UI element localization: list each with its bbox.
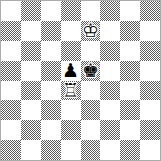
square-h7[interactable]	[140, 21, 160, 41]
square-g2[interactable]	[120, 120, 140, 140]
square-g3[interactable]	[120, 100, 140, 120]
square-f4[interactable]	[100, 81, 120, 101]
square-b3[interactable]	[21, 100, 41, 120]
square-h1[interactable]	[140, 140, 160, 160]
square-a8[interactable]	[1, 1, 21, 21]
square-f6[interactable]	[100, 41, 120, 61]
square-f2[interactable]	[100, 120, 120, 140]
square-a6[interactable]	[1, 41, 21, 61]
square-h8[interactable]	[140, 1, 160, 21]
white-rook-glyph: ♖	[61, 81, 81, 101]
white-rook[interactable]: ♜♖	[61, 81, 81, 101]
square-h3[interactable]	[140, 100, 160, 120]
square-h5[interactable]	[140, 61, 160, 81]
square-e6[interactable]	[81, 41, 101, 61]
square-d1[interactable]	[61, 140, 81, 160]
square-c4[interactable]	[41, 81, 61, 101]
black-king-halo: ♚	[81, 61, 101, 81]
square-c6[interactable]	[41, 41, 61, 61]
square-g6[interactable]	[120, 41, 140, 61]
square-d7[interactable]	[61, 21, 81, 41]
square-d3[interactable]	[61, 100, 81, 120]
square-c3[interactable]	[41, 100, 61, 120]
square-c7[interactable]	[41, 21, 61, 41]
square-b4[interactable]	[21, 81, 41, 101]
square-f8[interactable]	[100, 1, 120, 21]
square-e5[interactable]: ♚♚	[81, 61, 101, 81]
black-pawn[interactable]: ♟♟	[61, 61, 81, 81]
square-c1[interactable]	[41, 140, 61, 160]
square-f7[interactable]	[100, 21, 120, 41]
square-a2[interactable]	[1, 120, 21, 140]
square-h6[interactable]	[140, 41, 160, 61]
square-f3[interactable]	[100, 100, 120, 120]
square-e2[interactable]	[81, 120, 101, 140]
square-g5[interactable]	[120, 61, 140, 81]
square-c2[interactable]	[41, 120, 61, 140]
square-e1[interactable]	[81, 140, 101, 160]
square-g7[interactable]	[120, 21, 140, 41]
white-king-glyph: ♔	[81, 21, 101, 41]
square-d8[interactable]	[61, 1, 81, 21]
white-rook-halo: ♜	[61, 81, 81, 101]
square-e4[interactable]	[81, 81, 101, 101]
chess-board-grid: ♚♔♟♟♚♚♜♖	[1, 1, 160, 160]
square-f1[interactable]	[100, 140, 120, 160]
white-king[interactable]: ♚♔	[81, 21, 101, 41]
black-pawn-halo: ♟	[61, 61, 81, 81]
square-a7[interactable]	[1, 21, 21, 41]
square-b5[interactable]	[21, 61, 41, 81]
square-g1[interactable]	[120, 140, 140, 160]
square-g8[interactable]	[120, 1, 140, 21]
square-g4[interactable]	[120, 81, 140, 101]
square-b1[interactable]	[21, 140, 41, 160]
square-e3[interactable]	[81, 100, 101, 120]
square-a5[interactable]	[1, 61, 21, 81]
square-d6[interactable]	[61, 41, 81, 61]
square-h2[interactable]	[140, 120, 160, 140]
square-e8[interactable]	[81, 1, 101, 21]
square-b6[interactable]	[21, 41, 41, 61]
square-a1[interactable]	[1, 140, 21, 160]
square-d4[interactable]: ♜♖	[61, 81, 81, 101]
square-e7[interactable]: ♚♔	[81, 21, 101, 41]
square-b7[interactable]	[21, 21, 41, 41]
square-b2[interactable]	[21, 120, 41, 140]
square-b8[interactable]	[21, 1, 41, 21]
square-f5[interactable]	[100, 61, 120, 81]
square-a4[interactable]	[1, 81, 21, 101]
square-d2[interactable]	[61, 120, 81, 140]
square-h4[interactable]	[140, 81, 160, 101]
black-king-glyph: ♚	[81, 61, 101, 81]
square-d5[interactable]: ♟♟	[61, 61, 81, 81]
white-king-halo: ♚	[81, 21, 101, 41]
square-c8[interactable]	[41, 1, 61, 21]
square-a3[interactable]	[1, 100, 21, 120]
square-c5[interactable]	[41, 61, 61, 81]
black-pawn-glyph: ♟	[61, 61, 81, 81]
black-king[interactable]: ♚♚	[81, 61, 101, 81]
chess-board: ♚♔♟♟♚♚♜♖	[0, 0, 161, 161]
